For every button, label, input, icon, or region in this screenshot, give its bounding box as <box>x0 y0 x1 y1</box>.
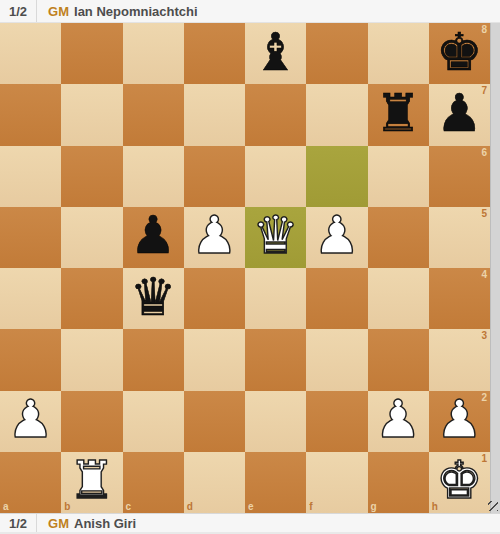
white-pawn[interactable]: ♟ <box>7 393 54 445</box>
square-e4[interactable] <box>245 268 306 329</box>
square-f7[interactable] <box>306 84 367 145</box>
square-c2[interactable] <box>123 391 184 452</box>
square-b1[interactable]: b♜ <box>61 452 122 513</box>
square-b3[interactable] <box>61 329 122 390</box>
top-player-bar: 1/2 GM Ian Nepomniachtchi <box>0 0 500 23</box>
square-a1[interactable]: a <box>0 452 61 513</box>
square-d6[interactable] <box>184 146 245 207</box>
file-label-e: e <box>248 502 254 512</box>
square-a3[interactable] <box>0 329 61 390</box>
white-pawn[interactable]: ♟ <box>436 393 483 445</box>
square-b6[interactable] <box>61 146 122 207</box>
square-a6[interactable] <box>0 146 61 207</box>
square-e3[interactable] <box>245 329 306 390</box>
top-player-score: 1/2 <box>0 0 37 22</box>
black-pawn[interactable]: ♟ <box>436 87 483 139</box>
file-label-d: d <box>187 502 193 512</box>
bottom-player-name: Anish Giri <box>74 516 136 531</box>
square-g5[interactable] <box>368 207 429 268</box>
square-d8[interactable] <box>184 23 245 84</box>
black-queen[interactable]: ♛ <box>130 271 177 323</box>
square-c5[interactable]: ♟ <box>123 207 184 268</box>
square-f6[interactable] <box>306 146 367 207</box>
rank-label-4: 4 <box>481 270 487 280</box>
bottom-player-score: 1/2 <box>0 514 37 532</box>
square-g6[interactable] <box>368 146 429 207</box>
square-g1[interactable]: g <box>368 452 429 513</box>
square-h8[interactable]: 8♚ <box>429 23 490 84</box>
square-c4[interactable]: ♛ <box>123 268 184 329</box>
white-king[interactable]: ♚ <box>436 454 483 506</box>
square-d3[interactable] <box>184 329 245 390</box>
square-f4[interactable] <box>306 268 367 329</box>
square-d1[interactable]: d <box>184 452 245 513</box>
square-b5[interactable] <box>61 207 122 268</box>
square-d7[interactable] <box>184 84 245 145</box>
square-b8[interactable] <box>61 23 122 84</box>
white-rook[interactable]: ♜ <box>69 454 116 506</box>
square-e5[interactable]: ♛ <box>245 207 306 268</box>
square-e6[interactable] <box>245 146 306 207</box>
square-e2[interactable] <box>245 391 306 452</box>
square-b4[interactable] <box>61 268 122 329</box>
file-label-a: a <box>3 502 9 512</box>
square-g4[interactable] <box>368 268 429 329</box>
square-h3[interactable]: 3 <box>429 329 490 390</box>
square-d2[interactable] <box>184 391 245 452</box>
square-f2[interactable] <box>306 391 367 452</box>
square-a2[interactable]: ♟ <box>0 391 61 452</box>
square-g2[interactable]: ♟ <box>368 391 429 452</box>
square-c1[interactable]: c <box>123 452 184 513</box>
square-f8[interactable] <box>306 23 367 84</box>
top-player-title-tag: GM <box>48 4 69 19</box>
square-e7[interactable] <box>245 84 306 145</box>
square-h6[interactable]: 6 <box>429 146 490 207</box>
black-king[interactable]: ♚ <box>436 26 483 78</box>
square-b7[interactable] <box>61 84 122 145</box>
square-h4[interactable]: 4 <box>429 268 490 329</box>
chess-app-window: 1/2 GM Ian Nepomniachtchi ♝8♚♜7♟6♟♟♛♟5♛4… <box>0 0 500 534</box>
white-pawn[interactable]: ♟ <box>191 209 238 261</box>
file-label-f: f <box>309 502 312 512</box>
square-c8[interactable] <box>123 23 184 84</box>
square-a8[interactable] <box>0 23 61 84</box>
white-pawn[interactable]: ♟ <box>375 393 422 445</box>
black-bishop[interactable]: ♝ <box>252 26 299 78</box>
white-queen[interactable]: ♛ <box>252 209 299 261</box>
square-f3[interactable] <box>306 329 367 390</box>
black-pawn[interactable]: ♟ <box>130 209 177 261</box>
bottom-player-bar: 1/2 GM Anish Giri <box>0 513 500 534</box>
square-a7[interactable] <box>0 84 61 145</box>
bottom-player-title-tag: GM <box>48 516 69 531</box>
square-h1[interactable]: 1h♚ <box>429 452 490 513</box>
square-d5[interactable]: ♟ <box>184 207 245 268</box>
white-pawn[interactable]: ♟ <box>314 209 361 261</box>
black-rook[interactable]: ♜ <box>375 87 422 139</box>
square-f5[interactable]: ♟ <box>306 207 367 268</box>
square-c3[interactable] <box>123 329 184 390</box>
square-g7[interactable]: ♜ <box>368 84 429 145</box>
rank-label-3: 3 <box>481 331 487 341</box>
square-g8[interactable] <box>368 23 429 84</box>
square-e8[interactable]: ♝ <box>245 23 306 84</box>
square-g3[interactable] <box>368 329 429 390</box>
rank-label-6: 6 <box>481 148 487 158</box>
board-resize-handle-icon[interactable] <box>488 501 498 511</box>
square-h2[interactable]: 2♟ <box>429 391 490 452</box>
square-f1[interactable]: f <box>306 452 367 513</box>
page-scroll-gutter <box>490 23 500 513</box>
square-a4[interactable] <box>0 268 61 329</box>
square-d4[interactable] <box>184 268 245 329</box>
square-a5[interactable] <box>0 207 61 268</box>
rank-label-5: 5 <box>481 209 487 219</box>
square-e1[interactable]: e <box>245 452 306 513</box>
square-c7[interactable] <box>123 84 184 145</box>
file-label-g: g <box>371 502 377 512</box>
square-c6[interactable] <box>123 146 184 207</box>
top-player-name: Ian Nepomniachtchi <box>74 4 198 19</box>
square-b2[interactable] <box>61 391 122 452</box>
square-h5[interactable]: 5 <box>429 207 490 268</box>
chess-board[interactable]: ♝8♚♜7♟6♟♟♛♟5♛43♟♟2♟ab♜cdefg1h♚ <box>0 23 490 513</box>
square-h7[interactable]: 7♟ <box>429 84 490 145</box>
board-area: ♝8♚♜7♟6♟♟♛♟5♛43♟♟2♟ab♜cdefg1h♚ <box>0 23 500 513</box>
file-label-c: c <box>126 502 132 512</box>
